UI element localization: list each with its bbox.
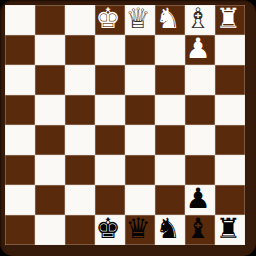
white-rook[interactable]: ♜ (215, 4, 240, 34)
square-h3[interactable] (215, 155, 245, 185)
square-h4[interactable] (215, 125, 245, 155)
square-a3[interactable] (5, 155, 35, 185)
square-g2[interactable]: ♟ (185, 185, 215, 215)
square-b8[interactable] (35, 5, 65, 35)
square-c8[interactable] (65, 5, 95, 35)
chess-board[interactable]: ♚♕♞♗♜♟♟♚♛♞♝♜ (5, 5, 245, 245)
square-b3[interactable] (35, 155, 65, 185)
square-f4[interactable] (155, 125, 185, 155)
square-g5[interactable] (185, 95, 215, 125)
white-bishop[interactable]: ♗ (185, 4, 210, 34)
white-pawn[interactable]: ♟ (185, 34, 210, 64)
square-b2[interactable] (35, 185, 65, 215)
chess-app-window: ♚♕♞♗♜♟♟♚♛♞♝♜ (0, 0, 256, 256)
black-king[interactable]: ♚ (95, 214, 120, 244)
square-g4[interactable] (185, 125, 215, 155)
square-h7[interactable] (215, 35, 245, 65)
square-b5[interactable] (35, 95, 65, 125)
square-e1[interactable]: ♛ (125, 215, 155, 245)
square-e3[interactable] (125, 155, 155, 185)
square-g7[interactable]: ♟ (185, 35, 215, 65)
square-g1[interactable]: ♝ (185, 215, 215, 245)
square-c5[interactable] (65, 95, 95, 125)
white-king[interactable]: ♚ (95, 4, 120, 34)
square-c4[interactable] (65, 125, 95, 155)
square-f7[interactable] (155, 35, 185, 65)
square-a1[interactable] (5, 215, 35, 245)
square-b1[interactable] (35, 215, 65, 245)
square-b6[interactable] (35, 65, 65, 95)
square-f6[interactable] (155, 65, 185, 95)
square-a6[interactable] (5, 65, 35, 95)
square-g6[interactable] (185, 65, 215, 95)
square-h8[interactable]: ♜ (215, 5, 245, 35)
square-d3[interactable] (95, 155, 125, 185)
black-knight[interactable]: ♞ (155, 214, 180, 244)
square-d7[interactable] (95, 35, 125, 65)
square-h5[interactable] (215, 95, 245, 125)
square-d2[interactable] (95, 185, 125, 215)
square-f2[interactable] (155, 185, 185, 215)
square-h2[interactable] (215, 185, 245, 215)
square-a5[interactable] (5, 95, 35, 125)
black-queen[interactable]: ♛ (125, 214, 150, 244)
square-d4[interactable] (95, 125, 125, 155)
square-e6[interactable] (125, 65, 155, 95)
square-e2[interactable] (125, 185, 155, 215)
square-f3[interactable] (155, 155, 185, 185)
black-rook[interactable]: ♜ (215, 214, 240, 244)
square-f8[interactable]: ♞ (155, 5, 185, 35)
square-g8[interactable]: ♗ (185, 5, 215, 35)
square-h1[interactable]: ♜ (215, 215, 245, 245)
black-pawn[interactable]: ♟ (185, 184, 210, 214)
square-g3[interactable] (185, 155, 215, 185)
square-f5[interactable] (155, 95, 185, 125)
square-c1[interactable] (65, 215, 95, 245)
square-e7[interactable] (125, 35, 155, 65)
square-a4[interactable] (5, 125, 35, 155)
square-c7[interactable] (65, 35, 95, 65)
square-c6[interactable] (65, 65, 95, 95)
square-b7[interactable] (35, 35, 65, 65)
square-f1[interactable]: ♞ (155, 215, 185, 245)
square-e8[interactable]: ♕ (125, 5, 155, 35)
square-e4[interactable] (125, 125, 155, 155)
square-c3[interactable] (65, 155, 95, 185)
square-a8[interactable] (5, 5, 35, 35)
square-d1[interactable]: ♚ (95, 215, 125, 245)
square-d6[interactable] (95, 65, 125, 95)
square-d5[interactable] (95, 95, 125, 125)
black-bishop[interactable]: ♝ (185, 214, 210, 244)
square-d8[interactable]: ♚ (95, 5, 125, 35)
square-a2[interactable] (5, 185, 35, 215)
square-e5[interactable] (125, 95, 155, 125)
white-knight[interactable]: ♞ (155, 4, 180, 34)
square-b4[interactable] (35, 125, 65, 155)
square-c2[interactable] (65, 185, 95, 215)
square-h6[interactable] (215, 65, 245, 95)
white-queen[interactable]: ♕ (125, 4, 150, 34)
square-a7[interactable] (5, 35, 35, 65)
